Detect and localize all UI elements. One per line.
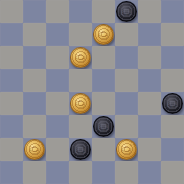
square-h3 [161,115,184,138]
square-f8[interactable]: ⛂ [115,0,138,23]
square-h4[interactable]: ⛂ [161,92,184,115]
white-man-e7[interactable]: ⛀ [93,24,114,45]
square-f4[interactable] [115,92,138,115]
square-c5[interactable] [46,69,69,92]
white-man-icon: ⛀ [29,143,40,156]
square-g7[interactable] [138,23,161,46]
square-d7 [69,23,92,46]
square-b8[interactable] [23,0,46,23]
square-c2 [46,138,69,161]
black-man-e3[interactable]: ⛂ [93,116,114,137]
square-f6[interactable] [115,46,138,69]
square-a3[interactable] [0,115,23,138]
white-man-b2[interactable]: ⛀ [24,139,45,160]
black-man-icon: ⛂ [75,143,86,156]
square-b7 [23,23,46,46]
square-d1 [69,161,92,184]
square-b5 [23,69,46,92]
black-man-icon: ⛂ [98,120,109,133]
square-g6 [138,46,161,69]
square-a1[interactable] [0,161,23,184]
square-f7 [115,23,138,46]
square-f5 [115,69,138,92]
white-man-d6[interactable]: ⛀ [70,47,91,68]
square-d8[interactable] [69,0,92,23]
square-a5[interactable] [0,69,23,92]
square-d4[interactable]: ⛀ [69,92,92,115]
black-man-f8[interactable]: ⛂ [116,1,137,22]
white-man-icon: ⛀ [121,143,132,156]
checkers-board: ⛂⛀⛀⛀⛂⛂⛀⛂⛀ [0,0,184,184]
square-e5[interactable] [92,69,115,92]
square-c4 [46,92,69,115]
black-man-icon: ⛂ [167,97,178,110]
black-man-h4[interactable]: ⛂ [162,93,183,114]
square-f1 [115,161,138,184]
black-man-icon: ⛂ [121,5,132,18]
white-man-icon: ⛀ [75,97,86,110]
square-f2[interactable]: ⛀ [115,138,138,161]
square-h1 [161,161,184,184]
square-e7[interactable]: ⛀ [92,23,115,46]
square-b2[interactable]: ⛀ [23,138,46,161]
square-c8 [46,0,69,23]
square-h6[interactable] [161,46,184,69]
square-a4 [0,92,23,115]
square-a7[interactable] [0,23,23,46]
square-d3 [69,115,92,138]
square-a8 [0,0,23,23]
square-f3 [115,115,138,138]
square-g4 [138,92,161,115]
square-a2 [0,138,23,161]
square-d2[interactable]: ⛂ [69,138,92,161]
square-c6 [46,46,69,69]
square-b1 [23,161,46,184]
square-c3[interactable] [46,115,69,138]
square-g3[interactable] [138,115,161,138]
square-g5[interactable] [138,69,161,92]
white-man-f2[interactable]: ⛀ [116,139,137,160]
square-e8 [92,0,115,23]
square-e2 [92,138,115,161]
square-h8[interactable] [161,0,184,23]
square-g8 [138,0,161,23]
square-g1[interactable] [138,161,161,184]
square-a6 [0,46,23,69]
square-h5 [161,69,184,92]
square-c1[interactable] [46,161,69,184]
square-d6[interactable]: ⛀ [69,46,92,69]
white-man-icon: ⛀ [98,28,109,41]
square-h7 [161,23,184,46]
white-man-d4[interactable]: ⛀ [70,93,91,114]
square-e4 [92,92,115,115]
square-b4[interactable] [23,92,46,115]
square-h2[interactable] [161,138,184,161]
black-man-d2[interactable]: ⛂ [70,139,91,160]
white-man-icon: ⛀ [75,51,86,64]
square-d5 [69,69,92,92]
square-g2 [138,138,161,161]
square-e3[interactable]: ⛂ [92,115,115,138]
square-e6 [92,46,115,69]
square-b3 [23,115,46,138]
square-b6[interactable] [23,46,46,69]
square-e1[interactable] [92,161,115,184]
square-c7[interactable] [46,23,69,46]
